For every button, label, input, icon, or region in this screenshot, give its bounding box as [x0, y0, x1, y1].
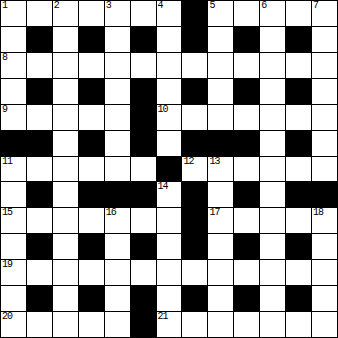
- cell-r5c10[interactable]: [260, 131, 285, 156]
- cell-r10c11[interactable]: [286, 260, 311, 285]
- block-r5c11: [286, 131, 311, 156]
- cell-r2c2[interactable]: [53, 53, 78, 78]
- cell-r1c4[interactable]: [105, 27, 130, 52]
- cell-r12c7[interactable]: [182, 312, 207, 337]
- cell-r10c2[interactable]: [53, 260, 78, 285]
- clue-number-15: 15: [2, 208, 12, 218]
- cell-r3c4[interactable]: [105, 79, 130, 104]
- block-r11c1: [27, 286, 52, 311]
- clue-number-7: 7: [313, 1, 318, 11]
- cell-r1c6[interactable]: [157, 27, 182, 52]
- cell-r7c10[interactable]: [260, 182, 285, 207]
- cell-r5c12[interactable]: [312, 131, 337, 156]
- cell-r9c12[interactable]: [312, 234, 337, 259]
- block-r11c5: [131, 286, 156, 311]
- cell-r9c2[interactable]: [53, 234, 78, 259]
- clue-number-11: 11: [2, 157, 12, 167]
- cell-r3c10[interactable]: [260, 79, 285, 104]
- cell-r0c10[interactable]: 6: [260, 1, 285, 26]
- clue-number-14: 14: [158, 182, 168, 192]
- block-r1c7: [182, 27, 207, 52]
- clue-number-4: 4: [158, 1, 163, 11]
- block-r9c5: [131, 234, 156, 259]
- cell-r2c6[interactable]: [157, 53, 182, 78]
- clue-number-16: 16: [106, 208, 116, 218]
- cell-r6c2[interactable]: [53, 157, 78, 182]
- block-r7c1: [27, 182, 52, 207]
- clue-number-5: 5: [209, 1, 214, 11]
- clue-number-3: 3: [106, 1, 111, 11]
- cell-r2c8[interactable]: [208, 53, 233, 78]
- cell-r12c6[interactable]: 21: [157, 312, 182, 337]
- cell-r10c0[interactable]: 19: [1, 260, 26, 285]
- clue-number-1: 1: [2, 1, 7, 11]
- clue-number-19: 19: [2, 260, 12, 270]
- block-r7c7: [182, 182, 207, 207]
- cell-r6c11[interactable]: [286, 157, 311, 182]
- cell-r5c4[interactable]: [105, 131, 130, 156]
- cell-r9c4[interactable]: [105, 234, 130, 259]
- block-r3c11: [286, 79, 311, 104]
- clue-number-21: 21: [158, 312, 168, 322]
- cell-r10c7[interactable]: [182, 260, 207, 285]
- cell-r11c2[interactable]: [53, 286, 78, 311]
- cell-r5c6[interactable]: [157, 131, 182, 156]
- cell-r6c1[interactable]: [27, 157, 52, 182]
- block-r4c5: [131, 105, 156, 130]
- cell-r8c11[interactable]: [286, 208, 311, 233]
- cell-r11c0[interactable]: [1, 286, 26, 311]
- cell-r1c12[interactable]: [312, 27, 337, 52]
- block-r1c1: [27, 27, 52, 52]
- cell-r4c9[interactable]: [234, 105, 259, 130]
- block-r8c7: [182, 208, 207, 233]
- block-r1c11: [286, 27, 311, 52]
- block-r3c9: [234, 79, 259, 104]
- block-r5c5: [131, 131, 156, 156]
- cell-r8c0[interactable]: 15: [1, 208, 26, 233]
- block-r5c7: [182, 131, 207, 156]
- cell-r4c0[interactable]: 9: [1, 105, 26, 130]
- cell-r8c6[interactable]: [157, 208, 182, 233]
- block-r1c3: [79, 27, 104, 52]
- cell-r0c6[interactable]: 4: [157, 1, 182, 26]
- cell-r12c9[interactable]: [234, 312, 259, 337]
- cell-r8c5[interactable]: [131, 208, 156, 233]
- block-r9c9: [234, 234, 259, 259]
- block-r12c5: [131, 312, 156, 337]
- cell-r0c8[interactable]: 5: [208, 1, 233, 26]
- cell-r8c1[interactable]: [27, 208, 52, 233]
- clue-number-12: 12: [183, 157, 193, 167]
- cell-r2c12[interactable]: [312, 53, 337, 78]
- cell-r12c12[interactable]: [312, 312, 337, 337]
- cell-r12c2[interactable]: [53, 312, 78, 337]
- clue-number-2: 2: [54, 1, 59, 11]
- cell-r2c1[interactable]: [27, 53, 52, 78]
- cell-r0c4[interactable]: 3: [105, 1, 130, 26]
- cell-r3c0[interactable]: [1, 79, 26, 104]
- block-r11c9: [234, 286, 259, 311]
- clue-number-9: 9: [2, 105, 7, 115]
- clue-number-6: 6: [261, 1, 266, 11]
- crossword-grid: 123456789101112131415161718192021: [0, 0, 338, 338]
- cell-r10c8[interactable]: [208, 260, 233, 285]
- block-r3c1: [27, 79, 52, 104]
- block-r9c7: [182, 234, 207, 259]
- clue-number-18: 18: [313, 208, 323, 218]
- block-r6c6: [157, 157, 182, 182]
- cell-r4c6[interactable]: 10: [157, 105, 182, 130]
- cell-r2c10[interactable]: [260, 53, 285, 78]
- cell-r0c12[interactable]: 7: [312, 1, 337, 26]
- cell-r1c2[interactable]: [53, 27, 78, 52]
- cell-r3c6[interactable]: [157, 79, 182, 104]
- block-r9c1: [27, 234, 52, 259]
- cell-r2c0[interactable]: 8: [1, 53, 26, 78]
- cell-r12c4[interactable]: [105, 312, 130, 337]
- cell-r6c4[interactable]: [105, 157, 130, 182]
- cell-r2c11[interactable]: [286, 53, 311, 78]
- cell-r3c2[interactable]: [53, 79, 78, 104]
- cell-r0c11[interactable]: [286, 1, 311, 26]
- block-r7c12: [312, 182, 337, 207]
- cell-r11c8[interactable]: [208, 286, 233, 311]
- cell-r12c1[interactable]: [27, 312, 52, 337]
- cell-r4c8[interactable]: [208, 105, 233, 130]
- cell-r8c12[interactable]: 18: [312, 208, 337, 233]
- cell-r1c0[interactable]: [1, 27, 26, 52]
- cell-r10c3[interactable]: [79, 260, 104, 285]
- cell-r6c9[interactable]: [234, 157, 259, 182]
- block-r11c3: [79, 286, 104, 311]
- cell-r4c12[interactable]: [312, 105, 337, 130]
- cell-r7c0[interactable]: [1, 182, 26, 207]
- block-r5c0: [1, 131, 26, 156]
- cell-r10c1[interactable]: [27, 260, 52, 285]
- block-r9c11: [286, 234, 311, 259]
- cell-r10c12[interactable]: [312, 260, 337, 285]
- cell-r6c12[interactable]: [312, 157, 337, 182]
- cell-r7c2[interactable]: [53, 182, 78, 207]
- cell-r2c5[interactable]: [131, 53, 156, 78]
- cell-r2c9[interactable]: [234, 53, 259, 78]
- cell-r6c5[interactable]: [131, 157, 156, 182]
- block-r1c9: [234, 27, 259, 52]
- clue-number-17: 17: [209, 208, 219, 218]
- cell-r3c12[interactable]: [312, 79, 337, 104]
- cell-r9c0[interactable]: [1, 234, 26, 259]
- cell-r12c11[interactable]: [286, 312, 311, 337]
- clue-number-10: 10: [158, 105, 168, 115]
- cell-r12c3[interactable]: [79, 312, 104, 337]
- block-r3c7: [182, 79, 207, 104]
- cell-r7c8[interactable]: [208, 182, 233, 207]
- cell-r0c1[interactable]: [27, 1, 52, 26]
- cell-r11c10[interactable]: [260, 286, 285, 311]
- cell-r8c9[interactable]: [234, 208, 259, 233]
- cell-r0c3[interactable]: [79, 1, 104, 26]
- clue-number-8: 8: [2, 53, 7, 63]
- cell-r4c1[interactable]: [27, 105, 52, 130]
- cell-r10c4[interactable]: [105, 260, 130, 285]
- cell-r8c3[interactable]: [79, 208, 104, 233]
- block-r3c5: [131, 79, 156, 104]
- block-r5c8: [208, 131, 233, 156]
- cell-r6c8[interactable]: 13: [208, 157, 233, 182]
- cell-r10c9[interactable]: [234, 260, 259, 285]
- cell-r12c0[interactable]: 20: [1, 312, 26, 337]
- cell-r11c4[interactable]: [105, 286, 130, 311]
- cell-r8c8[interactable]: 17: [208, 208, 233, 233]
- cell-r4c4[interactable]: [105, 105, 130, 130]
- block-r0c7: [182, 1, 207, 26]
- block-r9c3: [79, 234, 104, 259]
- block-r11c11: [286, 286, 311, 311]
- cell-r6c10[interactable]: [260, 157, 285, 182]
- cell-r8c10[interactable]: [260, 208, 285, 233]
- cell-r0c2[interactable]: 2: [53, 1, 78, 26]
- cell-r12c10[interactable]: [260, 312, 285, 337]
- cell-r9c10[interactable]: [260, 234, 285, 259]
- cell-r2c4[interactable]: [105, 53, 130, 78]
- cell-r5c2[interactable]: [53, 131, 78, 156]
- cell-r6c7[interactable]: 12: [182, 157, 207, 182]
- cell-r9c8[interactable]: [208, 234, 233, 259]
- cell-r1c10[interactable]: [260, 27, 285, 52]
- block-r7c11: [286, 182, 311, 207]
- block-r5c3: [79, 131, 104, 156]
- cell-r6c0[interactable]: 11: [1, 157, 26, 182]
- cell-r1c8[interactable]: [208, 27, 233, 52]
- cell-r0c0[interactable]: 1: [1, 1, 26, 26]
- block-r7c4: [105, 182, 130, 207]
- cell-r0c5[interactable]: [131, 1, 156, 26]
- block-r5c1: [27, 131, 52, 156]
- cell-r10c10[interactable]: [260, 260, 285, 285]
- block-r7c9: [234, 182, 259, 207]
- cell-r12c8[interactable]: [208, 312, 233, 337]
- clue-number-20: 20: [2, 312, 12, 322]
- cell-r3c8[interactable]: [208, 79, 233, 104]
- cell-r11c6[interactable]: [157, 286, 182, 311]
- cell-r8c2[interactable]: [53, 208, 78, 233]
- cell-r8c4[interactable]: 16: [105, 208, 130, 233]
- cell-r9c6[interactable]: [157, 234, 182, 259]
- cell-r4c3[interactable]: [79, 105, 104, 130]
- cell-r6c3[interactable]: [79, 157, 104, 182]
- cell-r10c5[interactable]: [131, 260, 156, 285]
- block-r11c7: [182, 286, 207, 311]
- cell-r2c7[interactable]: [182, 53, 207, 78]
- cell-r11c12[interactable]: [312, 286, 337, 311]
- cell-r7c6[interactable]: 14: [157, 182, 182, 207]
- cell-r4c11[interactable]: [286, 105, 311, 130]
- block-r5c9: [234, 131, 259, 156]
- cell-r4c10[interactable]: [260, 105, 285, 130]
- block-r3c3: [79, 79, 104, 104]
- cell-r2c3[interactable]: [79, 53, 104, 78]
- cell-r4c2[interactable]: [53, 105, 78, 130]
- block-r7c5: [131, 182, 156, 207]
- block-r1c5: [131, 27, 156, 52]
- clue-number-13: 13: [209, 157, 219, 167]
- cell-r0c9[interactable]: [234, 1, 259, 26]
- cell-r10c6[interactable]: [157, 260, 182, 285]
- block-r7c3: [79, 182, 104, 207]
- cell-r4c7[interactable]: [182, 105, 207, 130]
